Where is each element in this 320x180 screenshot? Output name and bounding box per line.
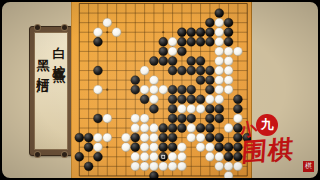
star-point xyxy=(106,89,108,91)
go-board[interactable] xyxy=(72,1,251,180)
plaque-knob-icon xyxy=(62,25,67,30)
white-stone xyxy=(233,47,242,56)
black-stone xyxy=(177,66,186,75)
white-stone xyxy=(215,95,224,104)
white-stone xyxy=(140,124,149,133)
black-stone xyxy=(215,114,224,123)
plaque-knob-icon xyxy=(35,152,40,157)
black-player-name: 黑 柯洁 xyxy=(37,33,50,149)
black-stone xyxy=(149,104,158,113)
plaque-knob-icon xyxy=(35,25,40,30)
white-stone xyxy=(159,85,168,94)
white-stone xyxy=(224,162,233,171)
black-stone xyxy=(233,152,242,161)
black-stone xyxy=(84,162,93,171)
black-stone xyxy=(94,66,103,75)
white-stone xyxy=(233,162,242,171)
white-stone xyxy=(224,57,233,66)
black-stone xyxy=(159,143,168,152)
black-stone xyxy=(233,133,242,142)
white-stone xyxy=(224,47,233,56)
black-stone xyxy=(159,133,168,142)
black-stone xyxy=(205,104,214,113)
black-stone xyxy=(187,114,196,123)
black-stone xyxy=(233,143,242,152)
white-stone xyxy=(140,152,149,161)
black-stone xyxy=(205,28,214,37)
white-stone xyxy=(168,37,177,46)
white-stone xyxy=(94,28,103,37)
black-stone xyxy=(215,133,224,142)
white-stone xyxy=(140,85,149,94)
white-stone xyxy=(140,162,149,171)
white-stone xyxy=(149,133,158,142)
black-stone xyxy=(177,37,186,46)
white-stone xyxy=(149,85,158,94)
black-stone xyxy=(196,76,205,85)
white-stone xyxy=(149,152,158,161)
black-stone xyxy=(215,9,224,18)
black-stone xyxy=(196,95,205,104)
white-stone xyxy=(196,104,205,113)
white-stone xyxy=(215,162,224,171)
star-point xyxy=(106,31,108,33)
black-stone xyxy=(196,66,205,75)
white-stone xyxy=(149,76,158,85)
black-stone xyxy=(205,124,214,133)
black-stone xyxy=(187,57,196,66)
channel-watermark: 小 九 围棋 棋 xyxy=(240,114,316,178)
black-stone xyxy=(224,143,233,152)
white-stone xyxy=(224,76,233,85)
white-stone xyxy=(112,28,121,37)
white-stone xyxy=(187,133,196,142)
black-stone xyxy=(140,95,149,104)
black-stone xyxy=(168,114,177,123)
white-stone xyxy=(215,85,224,94)
white-stone xyxy=(177,152,186,161)
black-stone xyxy=(168,85,177,94)
black-stone xyxy=(224,37,233,46)
white-stone xyxy=(131,114,140,123)
black-stone xyxy=(168,57,177,66)
black-stone xyxy=(187,85,196,94)
black-stone xyxy=(196,28,205,37)
black-stone xyxy=(131,85,140,94)
black-stone xyxy=(94,152,103,161)
white-stone xyxy=(224,85,233,94)
white-stone xyxy=(103,133,112,142)
white-stone xyxy=(159,162,168,171)
white-stone xyxy=(215,66,224,75)
black-stone xyxy=(177,47,186,56)
black-stone xyxy=(187,66,196,75)
black-stone xyxy=(159,152,168,161)
white-stone xyxy=(224,66,233,75)
black-stone xyxy=(205,76,214,85)
black-stone xyxy=(131,133,140,142)
watermark-circle-logo: 九 xyxy=(256,114,278,136)
black-stone xyxy=(205,66,214,75)
black-stone xyxy=(168,66,177,75)
watermark-circle-char: 九 xyxy=(261,116,274,134)
white-stone xyxy=(94,133,103,142)
white-stone xyxy=(149,162,158,171)
black-stone xyxy=(187,28,196,37)
black-stone xyxy=(224,152,233,161)
white-stone xyxy=(122,133,131,142)
black-stone xyxy=(187,95,196,104)
black-stone xyxy=(131,143,140,152)
black-stone xyxy=(205,18,214,27)
white-stone xyxy=(187,104,196,113)
black-stone xyxy=(94,37,103,46)
white-stone xyxy=(131,124,140,133)
players-plaque: 白 柁嘉熹 黑 柯洁 xyxy=(29,26,73,156)
black-stone xyxy=(94,114,103,123)
black-stone xyxy=(168,143,177,152)
black-stone xyxy=(196,37,205,46)
white-stone xyxy=(140,66,149,75)
white-stone xyxy=(196,143,205,152)
black-stone xyxy=(205,85,214,94)
black-stone xyxy=(168,133,177,142)
white-stone xyxy=(187,124,196,133)
white-stone xyxy=(94,85,103,94)
white-stone xyxy=(177,162,186,171)
black-stone xyxy=(177,28,186,37)
broadcast-frame: 白 柁嘉熹 黑 柯洁 小 九 围棋 棋 xyxy=(0,0,320,180)
white-stone xyxy=(168,152,177,161)
black-stone xyxy=(233,124,242,133)
black-stone xyxy=(224,28,233,37)
black-stone xyxy=(196,57,205,66)
black-stone xyxy=(224,18,233,27)
black-stone xyxy=(177,95,186,104)
black-stone xyxy=(215,143,224,152)
white-stone xyxy=(196,133,205,142)
black-stone xyxy=(205,133,214,142)
black-stone xyxy=(187,37,196,46)
white-stone xyxy=(131,152,140,161)
black-stone xyxy=(84,143,93,152)
white-stone xyxy=(140,143,149,152)
white-stone xyxy=(103,18,112,27)
black-stone xyxy=(205,37,214,46)
white-stone xyxy=(205,143,214,152)
white-stone xyxy=(215,47,224,56)
white-stone xyxy=(215,18,224,27)
white-stone xyxy=(205,95,214,104)
white-player-name: 白 柁嘉熹 xyxy=(53,33,66,149)
black-stone xyxy=(233,95,242,104)
white-stone xyxy=(215,37,224,46)
black-stone xyxy=(215,104,224,113)
black-stone xyxy=(84,133,93,142)
white-stone xyxy=(149,143,158,152)
black-stone xyxy=(149,57,158,66)
black-stone xyxy=(177,124,186,133)
white-stone xyxy=(177,104,186,113)
plaque-knob-icon xyxy=(62,152,67,157)
black-stone xyxy=(168,95,177,104)
black-stone xyxy=(205,114,214,123)
black-stone xyxy=(159,124,168,133)
white-stone xyxy=(177,143,186,152)
black-stone xyxy=(243,133,251,142)
black-stone xyxy=(168,124,177,133)
white-stone xyxy=(205,152,214,161)
black-stone xyxy=(177,114,186,123)
black-stone xyxy=(131,76,140,85)
white-stone xyxy=(224,124,233,133)
white-stone xyxy=(215,28,224,37)
white-stone xyxy=(94,143,103,152)
star-point xyxy=(106,146,108,148)
black-stone xyxy=(149,171,158,180)
white-stone xyxy=(215,76,224,85)
watermark-seal-icon: 棋 xyxy=(303,161,314,172)
white-stone xyxy=(149,95,158,104)
white-stone xyxy=(233,114,242,123)
white-stone xyxy=(215,152,224,161)
black-stone xyxy=(168,104,177,113)
plaque-paper: 白 柁嘉熹 黑 柯洁 xyxy=(34,32,68,150)
white-stone xyxy=(215,57,224,66)
black-stone xyxy=(159,47,168,56)
black-stone xyxy=(75,133,84,142)
white-stone xyxy=(168,162,177,171)
white-stone xyxy=(224,171,233,180)
white-stone xyxy=(103,114,112,123)
black-stone xyxy=(159,57,168,66)
black-stone xyxy=(75,152,84,161)
white-stone xyxy=(149,124,158,133)
white-stone xyxy=(140,133,149,142)
white-stone xyxy=(122,143,131,152)
black-stone xyxy=(159,37,168,46)
black-stone xyxy=(177,85,186,94)
white-stone xyxy=(168,47,177,56)
white-stone xyxy=(131,162,140,171)
star-point xyxy=(162,31,164,33)
black-stone xyxy=(196,124,205,133)
white-stone xyxy=(140,114,149,123)
black-stone xyxy=(233,104,242,113)
